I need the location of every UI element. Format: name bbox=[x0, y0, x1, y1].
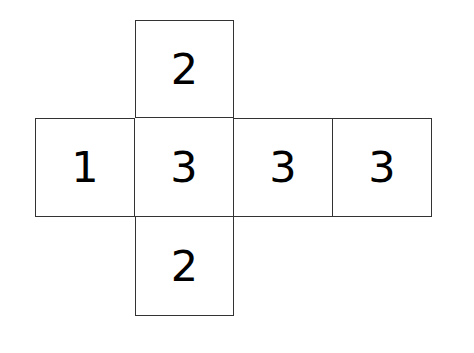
net-face-center: 3 bbox=[135, 118, 234, 217]
net-face-right-2: 3 bbox=[333, 118, 432, 217]
net-face-right-1: 3 bbox=[234, 118, 333, 217]
cube-net-diagram: 2 1 3 3 3 2 bbox=[0, 0, 474, 353]
net-face-left: 1 bbox=[35, 118, 135, 217]
cube-net-grid: 2 1 3 3 3 2 bbox=[35, 20, 432, 316]
net-face-top: 2 bbox=[135, 20, 234, 118]
net-face-bottom: 2 bbox=[135, 217, 234, 316]
